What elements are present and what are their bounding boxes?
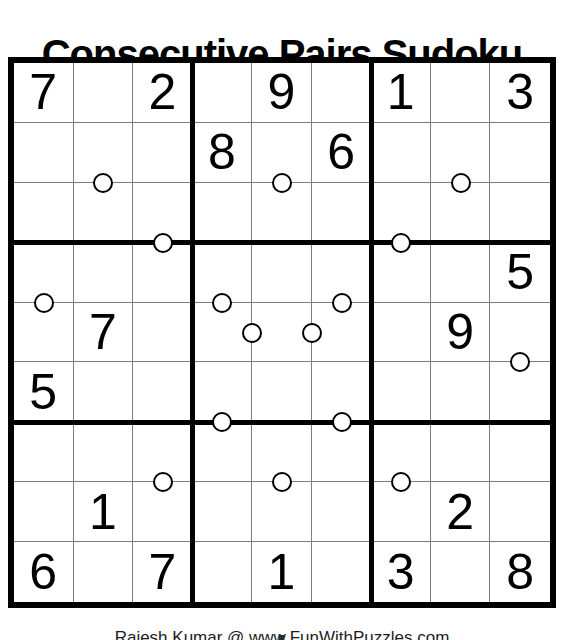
consecutive-pair-marker: [153, 472, 173, 492]
consecutive-pair-marker: [391, 233, 411, 253]
consecutive-pair-marker: [332, 412, 352, 432]
sudoku-grid: 729138657951267138: [8, 57, 556, 608]
circle-overlay: [14, 63, 550, 602]
consecutive-pair-marker: [212, 412, 232, 432]
cutoff-text-artifact: [279, 635, 284, 640]
consecutive-pair-marker: [510, 352, 530, 372]
consecutive-pair-marker: [272, 472, 292, 492]
consecutive-pair-marker: [153, 233, 173, 253]
consecutive-pair-marker: [93, 173, 113, 193]
consecutive-pair-marker: [332, 293, 352, 313]
consecutive-pair-marker: [302, 323, 322, 343]
consecutive-pair-marker: [391, 472, 411, 492]
consecutive-pair-marker: [242, 323, 262, 343]
consecutive-pair-marker: [34, 293, 54, 313]
consecutive-pair-marker: [212, 293, 232, 313]
consecutive-pair-marker: [272, 173, 292, 193]
consecutive-pair-marker: [451, 173, 471, 193]
